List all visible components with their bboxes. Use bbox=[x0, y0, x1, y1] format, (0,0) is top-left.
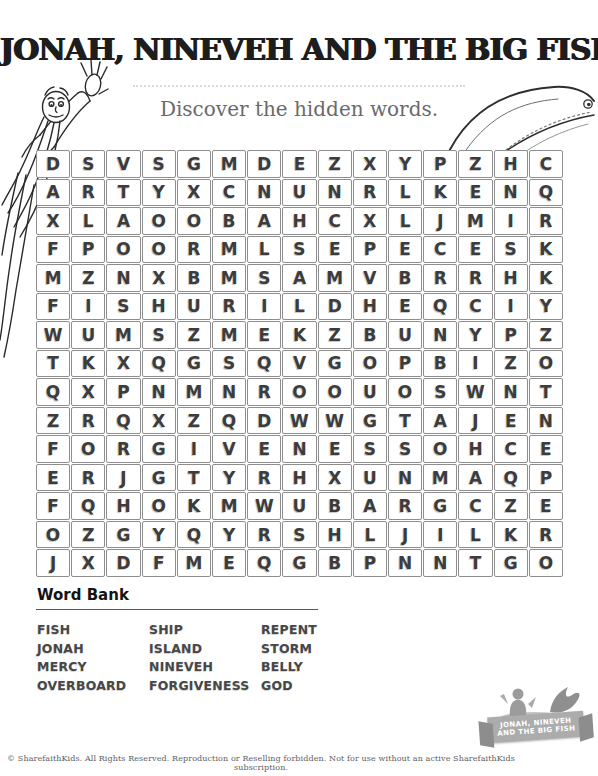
grid-cell[interactable]: O bbox=[423, 435, 457, 463]
grid-cell[interactable]: Q bbox=[212, 407, 246, 435]
grid-cell[interactable]: V bbox=[106, 150, 140, 178]
grid-cell[interactable]: E bbox=[388, 293, 422, 321]
grid-cell[interactable]: S bbox=[71, 150, 105, 178]
grid-cell[interactable]: A bbox=[423, 407, 457, 435]
badge-ribbon: JONAH, NINEVEH AND THE BIG FISH bbox=[487, 711, 585, 744]
grid-cell[interactable]: C bbox=[458, 293, 492, 321]
grid-cell[interactable]: U bbox=[177, 293, 211, 321]
grid-cell[interactable]: Y bbox=[388, 150, 422, 178]
grid-cell[interactable]: K bbox=[177, 492, 211, 520]
word-bank-underline bbox=[36, 609, 318, 610]
grid-cell[interactable]: U bbox=[353, 464, 387, 492]
grid-cell[interactable]: M bbox=[318, 264, 352, 292]
grid-cell[interactable]: F bbox=[36, 435, 70, 463]
grid-cell[interactable]: Z bbox=[177, 407, 211, 435]
grid-cell[interactable]: E bbox=[388, 236, 422, 264]
grid-cell[interactable]: Q bbox=[494, 464, 528, 492]
grid-cell[interactable]: E bbox=[458, 236, 492, 264]
worksheet-page: JONAH, NINEVEH AND THE BIG FISH Discover… bbox=[0, 0, 598, 776]
grid-cell[interactable]: Q bbox=[71, 492, 105, 520]
grid-cell[interactable]: A bbox=[247, 207, 281, 235]
grid-cell[interactable]: L bbox=[247, 236, 281, 264]
sharefaith-lesson-badge: JONAH, NINEVEH AND THE BIG FISH bbox=[484, 682, 590, 746]
grid-cell[interactable]: F bbox=[36, 492, 70, 520]
grid-cell[interactable]: E bbox=[318, 435, 352, 463]
grid-cell[interactable]: R bbox=[458, 264, 492, 292]
grid-cell[interactable]: N bbox=[494, 179, 528, 207]
grid-cell[interactable]: X bbox=[353, 150, 387, 178]
grid-cell[interactable]: U bbox=[282, 179, 316, 207]
grid-cell[interactable]: B bbox=[212, 207, 246, 235]
grid-cell[interactable]: U bbox=[388, 321, 422, 349]
grid-cell[interactable]: H bbox=[318, 521, 352, 549]
grid-cell[interactable]: M bbox=[212, 492, 246, 520]
grid-cell[interactable]: R bbox=[388, 492, 422, 520]
grid-cell[interactable]: W bbox=[247, 492, 281, 520]
grid-cell[interactable]: D bbox=[36, 150, 70, 178]
grid-cell[interactable]: I bbox=[71, 293, 105, 321]
grid-cell[interactable]: D bbox=[318, 293, 352, 321]
grid-cell[interactable]: L bbox=[282, 293, 316, 321]
grid-cell[interactable]: R bbox=[247, 464, 281, 492]
word-bank-item: REPENT bbox=[261, 621, 373, 640]
word-bank-item: FORGIVENESS bbox=[149, 677, 261, 696]
grid-cell[interactable]: C bbox=[494, 435, 528, 463]
grid-cell[interactable]: Q bbox=[36, 378, 70, 406]
grid-cell[interactable]: S bbox=[142, 150, 176, 178]
grid-cell[interactable]: M bbox=[106, 321, 140, 349]
grid-cell[interactable]: E bbox=[529, 435, 563, 463]
grid-cell[interactable]: Z bbox=[494, 350, 528, 378]
grid-cell[interactable]: R bbox=[71, 464, 105, 492]
grid-cell[interactable]: Z bbox=[71, 264, 105, 292]
grid-cell[interactable]: K bbox=[529, 264, 563, 292]
grid-cell[interactable]: W bbox=[458, 378, 492, 406]
grid-cell[interactable]: T bbox=[177, 464, 211, 492]
grid-cell[interactable]: A bbox=[458, 464, 492, 492]
grid-cell[interactable]: W bbox=[282, 407, 316, 435]
grid-cell[interactable]: A bbox=[282, 264, 316, 292]
word-bank-item: JONAH bbox=[37, 640, 149, 659]
word-bank-item: FISH bbox=[37, 621, 149, 640]
grid-cell[interactable]: Q bbox=[247, 549, 281, 577]
grid-cell[interactable]: R bbox=[71, 179, 105, 207]
grid-cell[interactable]: Y bbox=[529, 293, 563, 321]
grid-cell[interactable]: R bbox=[529, 207, 563, 235]
grid-cell[interactable]: X bbox=[353, 207, 387, 235]
grid-cell[interactable]: I bbox=[423, 521, 457, 549]
grid-cell[interactable]: N bbox=[388, 464, 422, 492]
grid-cell[interactable]: N bbox=[247, 179, 281, 207]
grid-cell[interactable]: M bbox=[423, 464, 457, 492]
grid-cell[interactable]: R bbox=[106, 435, 140, 463]
grid-cell[interactable]: G bbox=[177, 350, 211, 378]
grid-cell[interactable]: I bbox=[494, 207, 528, 235]
grid-cell[interactable]: K bbox=[529, 236, 563, 264]
grid-cell[interactable]: A bbox=[36, 179, 70, 207]
grid-cell[interactable]: D bbox=[247, 150, 281, 178]
grid-cell[interactable]: Z bbox=[458, 150, 492, 178]
grid-cell[interactable]: G bbox=[177, 150, 211, 178]
word-bank-item: MERCY bbox=[37, 658, 149, 677]
grid-cell[interactable]: C bbox=[318, 207, 352, 235]
grid-cell[interactable]: N bbox=[423, 321, 457, 349]
grid-cell[interactable]: H bbox=[458, 435, 492, 463]
grid-cell[interactable]: O bbox=[282, 378, 316, 406]
word-search-grid: DSVSGMDEZXYPZHCARTYXCNUNRLKENQXLAOOBAHCX… bbox=[36, 150, 563, 577]
subtitle: Discover the hidden words. bbox=[0, 97, 598, 121]
grid-cell[interactable]: A bbox=[106, 207, 140, 235]
grid-cell[interactable]: S bbox=[282, 236, 316, 264]
grid-cell[interactable]: P bbox=[353, 549, 387, 577]
grid-cell[interactable]: O bbox=[36, 521, 70, 549]
grid-cell[interactable]: N bbox=[142, 378, 176, 406]
grid-cell[interactable]: X bbox=[318, 464, 352, 492]
grid-cell[interactable]: T bbox=[36, 350, 70, 378]
grid-cell[interactable]: K bbox=[423, 179, 457, 207]
grid-cell[interactable]: Z bbox=[494, 492, 528, 520]
grid-cell[interactable]: C bbox=[423, 236, 457, 264]
grid-cell[interactable]: C bbox=[529, 150, 563, 178]
grid-cell[interactable]: G bbox=[142, 435, 176, 463]
grid-cell[interactable]: R bbox=[247, 378, 281, 406]
grid-cell[interactable]: S bbox=[106, 293, 140, 321]
grid-cell[interactable]: O bbox=[388, 378, 422, 406]
grid-cell[interactable]: P bbox=[423, 150, 457, 178]
grid-cell[interactable]: O bbox=[71, 435, 105, 463]
grid-cell[interactable]: S bbox=[353, 435, 387, 463]
grid-cell[interactable]: B bbox=[353, 321, 387, 349]
grid-cell[interactable]: I bbox=[494, 293, 528, 321]
grid-cell[interactable]: H bbox=[282, 464, 316, 492]
grid-cell[interactable]: Y bbox=[458, 321, 492, 349]
grid-cell[interactable]: I bbox=[177, 435, 211, 463]
grid-cell[interactable]: B bbox=[318, 549, 352, 577]
grid-cell[interactable]: E bbox=[212, 549, 246, 577]
grid-cell[interactable]: X bbox=[36, 207, 70, 235]
word-bank-column: SHIPISLANDNINEVEHFORGIVENESS bbox=[149, 621, 261, 696]
grid-cell[interactable]: N bbox=[282, 435, 316, 463]
grid-cell[interactable]: P bbox=[71, 236, 105, 264]
grid-cell[interactable]: O bbox=[529, 549, 563, 577]
grid-cell[interactable]: I bbox=[458, 350, 492, 378]
grid-cell[interactable]: B bbox=[388, 264, 422, 292]
grid-cell[interactable]: G bbox=[106, 521, 140, 549]
grid-cell[interactable]: P bbox=[494, 321, 528, 349]
grid-cell[interactable]: R bbox=[353, 179, 387, 207]
grid-cell[interactable]: W bbox=[318, 407, 352, 435]
grid-cell[interactable]: L bbox=[353, 521, 387, 549]
grid-cell[interactable]: E bbox=[318, 236, 352, 264]
grid-cell[interactable]: Q bbox=[247, 350, 281, 378]
grid-cell[interactable]: M bbox=[212, 236, 246, 264]
grid-cell[interactable]: O bbox=[177, 207, 211, 235]
grid-cell[interactable]: S bbox=[282, 521, 316, 549]
copyright-footer: © SharefaithKids. All Rights Reserved. R… bbox=[0, 754, 522, 772]
grid-cell[interactable]: S bbox=[212, 350, 246, 378]
grid-cell[interactable]: R bbox=[212, 293, 246, 321]
grid-cell[interactable]: M bbox=[458, 207, 492, 235]
grid-cell[interactable]: Y bbox=[142, 179, 176, 207]
grid-cell[interactable]: C bbox=[458, 492, 492, 520]
grid-cell[interactable]: Y bbox=[212, 521, 246, 549]
dotted-separator bbox=[133, 85, 465, 87]
grid-cell[interactable]: K bbox=[71, 350, 105, 378]
grid-cell[interactable]: X bbox=[142, 264, 176, 292]
grid-cell[interactable]: B bbox=[423, 350, 457, 378]
grid-cell[interactable]: S bbox=[247, 264, 281, 292]
grid-cell[interactable]: G bbox=[282, 549, 316, 577]
grid-cell[interactable]: A bbox=[353, 492, 387, 520]
grid-cell[interactable]: W bbox=[36, 321, 70, 349]
grid-cell[interactable]: O bbox=[142, 492, 176, 520]
grid-cell[interactable]: L bbox=[388, 179, 422, 207]
grid-cell[interactable]: S bbox=[494, 236, 528, 264]
grid-cell[interactable]: H bbox=[494, 264, 528, 292]
grid-cell[interactable]: N bbox=[106, 264, 140, 292]
grid-cell[interactable]: F bbox=[36, 236, 70, 264]
word-bank-item: STORM bbox=[261, 640, 373, 659]
grid-cell[interactable]: R bbox=[247, 521, 281, 549]
grid-cell[interactable]: T bbox=[458, 549, 492, 577]
grid-cell[interactable]: P bbox=[353, 236, 387, 264]
grid-cell[interactable]: X bbox=[142, 407, 176, 435]
grid-cell[interactable]: B bbox=[177, 264, 211, 292]
word-bank: FISHJONAHMERCYOVERBOARD SHIPISLANDNINEVE… bbox=[37, 621, 373, 696]
grid-cell[interactable]: S bbox=[142, 321, 176, 349]
word-bank-item: GOD bbox=[261, 677, 373, 696]
grid-cell[interactable]: Z bbox=[71, 521, 105, 549]
grid-cell[interactable]: Y bbox=[142, 521, 176, 549]
grid-cell[interactable]: X bbox=[177, 179, 211, 207]
grid-cell[interactable]: G bbox=[318, 350, 352, 378]
grid-cell[interactable]: Q bbox=[106, 407, 140, 435]
grid-cell[interactable]: H bbox=[106, 492, 140, 520]
grid-cell[interactable]: F bbox=[36, 293, 70, 321]
grid-cell[interactable]: D bbox=[247, 407, 281, 435]
grid-cell[interactable]: K bbox=[494, 521, 528, 549]
grid-cell[interactable]: E bbox=[247, 435, 281, 463]
grid-cell[interactable]: R bbox=[71, 407, 105, 435]
grid-cell[interactable]: J bbox=[458, 407, 492, 435]
grid-cell[interactable]: Q bbox=[177, 521, 211, 549]
grid-cell[interactable]: S bbox=[388, 435, 422, 463]
grid-cell[interactable]: M bbox=[212, 321, 246, 349]
grid-cell[interactable]: M bbox=[177, 378, 211, 406]
grid-cell[interactable]: M bbox=[177, 549, 211, 577]
grid-cell[interactable]: F bbox=[142, 549, 176, 577]
grid-cell[interactable]: O bbox=[529, 350, 563, 378]
grid-cell[interactable]: M bbox=[212, 150, 246, 178]
grid-cell[interactable]: G bbox=[353, 407, 387, 435]
grid-cell[interactable]: O bbox=[353, 350, 387, 378]
grid-cell[interactable]: S bbox=[423, 378, 457, 406]
grid-cell[interactable]: Z bbox=[318, 150, 352, 178]
grid-cell[interactable]: L bbox=[388, 207, 422, 235]
grid-cell[interactable]: D bbox=[106, 549, 140, 577]
grid-cell[interactable]: G bbox=[423, 492, 457, 520]
grid-cell[interactable]: T bbox=[529, 378, 563, 406]
word-bank-item: ISLAND bbox=[149, 640, 261, 659]
grid-cell[interactable]: V bbox=[282, 350, 316, 378]
word-bank-item: BELLY bbox=[261, 658, 373, 677]
grid-cell[interactable]: O bbox=[142, 236, 176, 264]
grid-cell[interactable]: N bbox=[388, 549, 422, 577]
grid-cell[interactable]: X bbox=[71, 549, 105, 577]
grid-cell[interactable]: E bbox=[458, 179, 492, 207]
word-bank-heading: Word Bank bbox=[37, 586, 129, 604]
grid-cell[interactable]: U bbox=[353, 378, 387, 406]
word-bank-item: SHIP bbox=[149, 621, 261, 640]
grid-cell[interactable]: J bbox=[388, 521, 422, 549]
grid-cell[interactable]: N bbox=[529, 407, 563, 435]
grid-cell[interactable]: Q bbox=[142, 350, 176, 378]
grid-cell[interactable]: G bbox=[494, 549, 528, 577]
grid-cell[interactable]: Z bbox=[529, 321, 563, 349]
word-bank-item: NINEVEH bbox=[149, 658, 261, 677]
grid-cell[interactable]: G bbox=[142, 464, 176, 492]
grid-cell[interactable]: E bbox=[494, 407, 528, 435]
grid-cell[interactable]: J bbox=[106, 464, 140, 492]
grid-cell[interactable]: N bbox=[494, 378, 528, 406]
grid-cell[interactable]: I bbox=[247, 293, 281, 321]
grid-cell[interactable]: P bbox=[106, 378, 140, 406]
grid-cell[interactable]: O bbox=[318, 378, 352, 406]
grid-cell[interactable]: E bbox=[529, 492, 563, 520]
grid-cell[interactable]: E bbox=[247, 321, 281, 349]
grid-cell[interactable]: O bbox=[106, 236, 140, 264]
grid-cell[interactable]: U bbox=[282, 492, 316, 520]
grid-cell[interactable]: J bbox=[36, 549, 70, 577]
grid-cell[interactable]: Z bbox=[318, 321, 352, 349]
grid-cell[interactable]: U bbox=[71, 321, 105, 349]
grid-cell[interactable]: E bbox=[36, 464, 70, 492]
grid-cell[interactable]: N bbox=[212, 378, 246, 406]
grid-cell[interactable]: H bbox=[282, 207, 316, 235]
grid-cell[interactable]: H bbox=[142, 293, 176, 321]
grid-cell[interactable]: P bbox=[388, 350, 422, 378]
grid-cell[interactable]: Z bbox=[36, 407, 70, 435]
page-title: JONAH, NINEVEH AND THE BIG FISH bbox=[0, 32, 598, 67]
grid-cell[interactable]: K bbox=[282, 321, 316, 349]
grid-cell[interactable]: H bbox=[353, 293, 387, 321]
grid-cell[interactable]: B bbox=[318, 492, 352, 520]
grid-cell[interactable]: Z bbox=[177, 321, 211, 349]
grid-cell[interactable]: Y bbox=[212, 464, 246, 492]
grid-cell[interactable]: R bbox=[177, 236, 211, 264]
grid-cell[interactable]: P bbox=[529, 464, 563, 492]
grid-cell[interactable]: X bbox=[106, 350, 140, 378]
grid-cell[interactable]: T bbox=[106, 179, 140, 207]
grid-cell[interactable]: N bbox=[423, 549, 457, 577]
grid-cell[interactable]: L bbox=[71, 207, 105, 235]
grid-cell[interactable]: T bbox=[388, 407, 422, 435]
grid-cell[interactable]: R bbox=[423, 264, 457, 292]
grid-cell[interactable]: E bbox=[282, 150, 316, 178]
word-bank-column: FISHJONAHMERCYOVERBOARD bbox=[37, 621, 149, 696]
grid-cell[interactable]: Q bbox=[529, 179, 563, 207]
grid-cell[interactable]: H bbox=[494, 150, 528, 178]
grid-cell[interactable]: Q bbox=[423, 293, 457, 321]
word-bank-column: REPENTSTORMBELLYGOD bbox=[261, 621, 373, 696]
grid-cell[interactable]: J bbox=[423, 207, 457, 235]
grid-cell[interactable]: L bbox=[458, 521, 492, 549]
grid-cell[interactable]: V bbox=[353, 264, 387, 292]
grid-cell[interactable]: C bbox=[212, 179, 246, 207]
grid-cell[interactable]: R bbox=[529, 521, 563, 549]
grid-cell[interactable]: V bbox=[212, 435, 246, 463]
grid-cell[interactable]: N bbox=[318, 179, 352, 207]
word-bank-item: OVERBOARD bbox=[37, 677, 149, 696]
grid-cell[interactable]: O bbox=[142, 207, 176, 235]
grid-cell[interactable]: M bbox=[212, 264, 246, 292]
grid-cell[interactable]: X bbox=[71, 378, 105, 406]
grid-cell[interactable]: M bbox=[36, 264, 70, 292]
